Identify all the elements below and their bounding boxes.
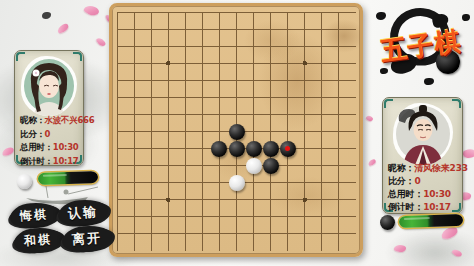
petal-decoration xyxy=(365,115,374,123)
score-label: 比分： xyxy=(20,128,45,142)
petal-decoration xyxy=(462,147,474,160)
countdown-label: 倒计时： xyxy=(20,155,53,169)
gomoku-board[interactable] xyxy=(109,3,363,257)
ink-splatter xyxy=(424,78,434,85)
card-corner-ornament xyxy=(452,99,461,108)
game-logo: 五子棋 xyxy=(368,2,474,94)
left-player-total-time: 10:30 xyxy=(53,141,79,155)
petal-decoration xyxy=(367,159,376,167)
last-move-marker xyxy=(285,146,290,151)
sword-decoration xyxy=(399,214,463,228)
countdown-label: 倒计时： xyxy=(388,201,423,214)
black-stone xyxy=(280,141,296,157)
black-stone xyxy=(246,141,262,157)
black-stone xyxy=(211,141,227,157)
name-label: 昵称： xyxy=(20,114,45,128)
petal-decoration xyxy=(95,36,106,47)
petal-decoration xyxy=(56,23,70,35)
right-player-countdown: 10:17 xyxy=(423,201,451,214)
card-corner-ornament xyxy=(16,52,25,61)
right-player-avatar xyxy=(393,103,453,165)
player-card-right: 昵称：清风徐来233 比分：0 总用时：10:30 倒计时：10:17 xyxy=(382,97,463,214)
black-stone xyxy=(263,158,279,174)
sword-decoration xyxy=(38,171,98,185)
left-player-stone-indicator xyxy=(17,174,32,189)
black-stone xyxy=(229,124,245,140)
left-player-name: 水波不兴666 xyxy=(45,114,95,128)
player-card-left: 昵称：水波不兴666 比分：0 总用时：10:30 倒计时：10:17 xyxy=(14,50,84,166)
left-player-score: 0 xyxy=(45,128,51,142)
right-player-score: 0 xyxy=(414,175,420,188)
total-time-label: 总用时： xyxy=(388,188,423,201)
ink-splatter xyxy=(462,14,470,21)
left-player-stats: 昵称：水波不兴666 比分：0 总用时：10:30 倒计时：10:17 xyxy=(17,114,82,168)
score-label: 比分： xyxy=(388,175,414,188)
left-player-countdown: 10:17 xyxy=(53,155,79,169)
right-player-name: 清风徐来233 xyxy=(414,162,467,175)
board-grid[interactable] xyxy=(117,12,356,251)
right-player-stats: 昵称：清风徐来233 比分：0 总用时：10:30 倒计时：10:17 xyxy=(385,162,461,214)
name-label: 昵称： xyxy=(388,162,414,175)
card-corner-ornament xyxy=(384,99,393,108)
undo-button[interactable]: 悔棋 xyxy=(9,201,59,229)
black-stone xyxy=(229,141,245,157)
total-time-label: 总用时： xyxy=(20,141,53,155)
ink-splash-dot xyxy=(42,12,51,19)
white-stone xyxy=(229,175,245,191)
petal-decoration xyxy=(83,4,100,18)
left-player-avatar xyxy=(21,56,77,116)
right-player-total-time: 10:30 xyxy=(423,188,451,201)
right-player-stone-indicator xyxy=(380,215,395,230)
white-stone xyxy=(246,158,262,174)
card-corner-ornament xyxy=(73,52,82,61)
black-stone xyxy=(263,141,279,157)
ink-splatter xyxy=(376,12,386,20)
